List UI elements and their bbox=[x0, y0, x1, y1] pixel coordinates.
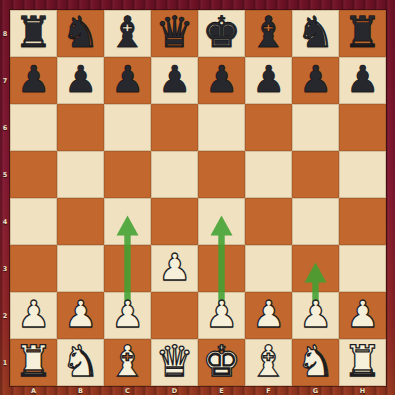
piece-white-rook[interactable]: ♜ bbox=[14, 340, 53, 383]
square-e3[interactable] bbox=[198, 245, 245, 292]
square-e7[interactable]: ♟ bbox=[198, 57, 245, 104]
square-d6[interactable] bbox=[151, 104, 198, 151]
piece-black-pawn[interactable]: ♟ bbox=[205, 61, 238, 98]
square-g8[interactable]: ♞ bbox=[292, 10, 339, 57]
file-label-d: D bbox=[151, 386, 198, 395]
square-d8[interactable]: ♛ bbox=[151, 10, 198, 57]
square-e4[interactable] bbox=[198, 198, 245, 245]
square-g6[interactable] bbox=[292, 104, 339, 151]
square-h4[interactable] bbox=[339, 198, 386, 245]
square-a2[interactable]: ♟ bbox=[10, 292, 57, 339]
square-e8[interactable]: ♚ bbox=[198, 10, 245, 57]
rank-label-2: 2 bbox=[0, 292, 10, 339]
piece-black-bishop[interactable]: ♝ bbox=[108, 11, 147, 54]
square-c5[interactable] bbox=[104, 151, 151, 198]
piece-black-rook[interactable]: ♜ bbox=[14, 11, 53, 54]
rank-label-1: 1 bbox=[0, 339, 10, 386]
square-f7[interactable]: ♟ bbox=[245, 57, 292, 104]
square-c8[interactable]: ♝ bbox=[104, 10, 151, 57]
square-d2[interactable] bbox=[151, 292, 198, 339]
piece-white-pawn[interactable]: ♟ bbox=[158, 249, 191, 286]
square-a6[interactable] bbox=[10, 104, 57, 151]
piece-black-king[interactable]: ♚ bbox=[202, 11, 241, 54]
file-label-h: H bbox=[339, 386, 386, 395]
square-b3[interactable] bbox=[57, 245, 104, 292]
square-h6[interactable] bbox=[339, 104, 386, 151]
square-d1[interactable]: ♛ bbox=[151, 339, 198, 386]
piece-black-pawn[interactable]: ♟ bbox=[111, 61, 144, 98]
square-a4[interactable] bbox=[10, 198, 57, 245]
square-g2[interactable]: ♟ bbox=[292, 292, 339, 339]
square-c7[interactable]: ♟ bbox=[104, 57, 151, 104]
square-e2[interactable]: ♟ bbox=[198, 292, 245, 339]
square-a1[interactable]: ♜ bbox=[10, 339, 57, 386]
square-d4[interactable] bbox=[151, 198, 198, 245]
square-g5[interactable] bbox=[292, 151, 339, 198]
square-g7[interactable]: ♟ bbox=[292, 57, 339, 104]
square-a7[interactable]: ♟ bbox=[10, 57, 57, 104]
piece-white-knight[interactable]: ♞ bbox=[296, 340, 335, 383]
piece-white-pawn[interactable]: ♟ bbox=[346, 296, 379, 333]
square-a5[interactable] bbox=[10, 151, 57, 198]
rank-label-8: 8 bbox=[0, 10, 10, 57]
square-a8[interactable]: ♜ bbox=[10, 10, 57, 57]
piece-white-pawn[interactable]: ♟ bbox=[205, 296, 238, 333]
square-g4[interactable] bbox=[292, 198, 339, 245]
file-label-c: C bbox=[104, 386, 151, 395]
piece-white-pawn[interactable]: ♟ bbox=[299, 296, 332, 333]
square-e6[interactable] bbox=[198, 104, 245, 151]
file-label-b: B bbox=[57, 386, 104, 395]
square-b7[interactable]: ♟ bbox=[57, 57, 104, 104]
file-label-e: E bbox=[198, 386, 245, 395]
square-g1[interactable]: ♞ bbox=[292, 339, 339, 386]
square-a3[interactable] bbox=[10, 245, 57, 292]
square-g3[interactable] bbox=[292, 245, 339, 292]
piece-white-knight[interactable]: ♞ bbox=[61, 340, 100, 383]
piece-white-rook[interactable]: ♜ bbox=[343, 340, 382, 383]
piece-black-pawn[interactable]: ♟ bbox=[299, 61, 332, 98]
square-f8[interactable]: ♝ bbox=[245, 10, 292, 57]
square-c6[interactable] bbox=[104, 104, 151, 151]
square-e5[interactable] bbox=[198, 151, 245, 198]
rank-label-6: 6 bbox=[0, 104, 10, 151]
square-b2[interactable]: ♟ bbox=[57, 292, 104, 339]
piece-white-queen[interactable]: ♛ bbox=[155, 340, 194, 383]
square-d7[interactable]: ♟ bbox=[151, 57, 198, 104]
square-e1[interactable]: ♚ bbox=[198, 339, 245, 386]
square-b5[interactable] bbox=[57, 151, 104, 198]
piece-black-knight[interactable]: ♞ bbox=[296, 11, 335, 54]
chess-board[interactable]: ♜♞♝♛♚♝♞♜♟♟♟♟♟♟♟♟♟♟♟♟♟♟♟♟♜♞♝♛♚♝♞♜ bbox=[10, 10, 386, 386]
piece-white-pawn[interactable]: ♟ bbox=[111, 296, 144, 333]
rank-label-3: 3 bbox=[0, 245, 10, 292]
rank-label-7: 7 bbox=[0, 57, 10, 104]
square-f5[interactable] bbox=[245, 151, 292, 198]
piece-white-bishop[interactable]: ♝ bbox=[108, 340, 147, 383]
file-label-a: A bbox=[10, 386, 57, 395]
piece-black-knight[interactable]: ♞ bbox=[61, 11, 100, 54]
piece-white-pawn[interactable]: ♟ bbox=[64, 296, 97, 333]
piece-white-king[interactable]: ♚ bbox=[202, 340, 241, 383]
square-b4[interactable] bbox=[57, 198, 104, 245]
square-h5[interactable] bbox=[339, 151, 386, 198]
piece-white-pawn[interactable]: ♟ bbox=[252, 296, 285, 333]
square-h2[interactable]: ♟ bbox=[339, 292, 386, 339]
piece-black-rook[interactable]: ♜ bbox=[343, 11, 382, 54]
square-c1[interactable]: ♝ bbox=[104, 339, 151, 386]
chess-app: ♜♞♝♛♚♝♞♜♟♟♟♟♟♟♟♟♟♟♟♟♟♟♟♟♜♞♝♛♚♝♞♜ 8765432… bbox=[0, 0, 395, 395]
rank-label-5: 5 bbox=[0, 151, 10, 198]
piece-black-pawn[interactable]: ♟ bbox=[64, 61, 97, 98]
square-h8[interactable]: ♜ bbox=[339, 10, 386, 57]
square-h3[interactable] bbox=[339, 245, 386, 292]
square-f2[interactable]: ♟ bbox=[245, 292, 292, 339]
piece-black-pawn[interactable]: ♟ bbox=[17, 61, 50, 98]
square-f4[interactable] bbox=[245, 198, 292, 245]
square-c3[interactable] bbox=[104, 245, 151, 292]
square-c2[interactable]: ♟ bbox=[104, 292, 151, 339]
square-f1[interactable]: ♝ bbox=[245, 339, 292, 386]
square-b6[interactable] bbox=[57, 104, 104, 151]
square-d5[interactable] bbox=[151, 151, 198, 198]
square-f3[interactable] bbox=[245, 245, 292, 292]
piece-black-pawn[interactable]: ♟ bbox=[158, 61, 191, 98]
square-b1[interactable]: ♞ bbox=[57, 339, 104, 386]
file-label-g: G bbox=[292, 386, 339, 395]
piece-white-bishop[interactable]: ♝ bbox=[249, 340, 288, 383]
piece-white-pawn[interactable]: ♟ bbox=[17, 296, 50, 333]
square-h1[interactable]: ♜ bbox=[339, 339, 386, 386]
piece-black-pawn[interactable]: ♟ bbox=[252, 61, 285, 98]
piece-black-bishop[interactable]: ♝ bbox=[249, 11, 288, 54]
square-b8[interactable]: ♞ bbox=[57, 10, 104, 57]
square-d3[interactable]: ♟ bbox=[151, 245, 198, 292]
square-h7[interactable]: ♟ bbox=[339, 57, 386, 104]
file-label-f: F bbox=[245, 386, 292, 395]
square-f6[interactable] bbox=[245, 104, 292, 151]
square-c4[interactable] bbox=[104, 198, 151, 245]
piece-black-queen[interactable]: ♛ bbox=[155, 11, 194, 54]
rank-label-4: 4 bbox=[0, 198, 10, 245]
piece-black-pawn[interactable]: ♟ bbox=[346, 61, 379, 98]
